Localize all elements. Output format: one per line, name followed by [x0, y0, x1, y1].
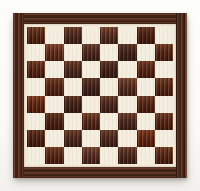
square-r8c2	[45, 147, 63, 164]
square-r2c6	[118, 44, 136, 61]
square-r3c4	[82, 61, 100, 78]
square-r8c6	[118, 147, 136, 164]
square-r6c1	[27, 113, 45, 130]
photo-background	[0, 0, 200, 191]
square-r7c2	[45, 130, 63, 147]
square-r5c5	[100, 96, 118, 113]
square-r7c3	[64, 130, 82, 147]
square-r8c4	[82, 147, 100, 164]
square-r5c1	[27, 96, 45, 113]
square-r2c2	[45, 44, 63, 61]
square-r2c5	[100, 44, 118, 61]
square-r8c5	[100, 147, 118, 164]
square-r3c1	[27, 61, 45, 78]
board-frame-left	[13, 13, 24, 178]
square-r1c6	[118, 27, 136, 44]
square-r6c5	[100, 113, 118, 130]
board-frame-bottom	[13, 167, 187, 178]
square-r7c5	[100, 130, 118, 147]
square-r5c8	[155, 96, 173, 113]
square-r5c3	[64, 96, 82, 113]
square-r6c8	[155, 113, 173, 130]
square-r4c3	[64, 78, 82, 95]
square-r3c7	[137, 61, 155, 78]
square-r3c5	[100, 61, 118, 78]
square-r1c2	[45, 27, 63, 44]
square-r1c4	[82, 27, 100, 44]
square-r4c1	[27, 78, 45, 95]
square-r8c1	[27, 147, 45, 164]
square-r7c8	[155, 130, 173, 147]
chess-board	[13, 13, 187, 178]
square-r3c2	[45, 61, 63, 78]
square-r8c3	[64, 147, 82, 164]
square-r2c7	[137, 44, 155, 61]
square-r3c3	[64, 61, 82, 78]
square-r1c8	[155, 27, 173, 44]
square-r8c7	[137, 147, 155, 164]
square-r4c4	[82, 78, 100, 95]
square-r2c8	[155, 44, 173, 61]
square-r1c1	[27, 27, 45, 44]
square-r2c1	[27, 44, 45, 61]
square-r7c6	[118, 130, 136, 147]
square-r7c7	[137, 130, 155, 147]
square-r2c3	[64, 44, 82, 61]
square-r5c4	[82, 96, 100, 113]
square-r3c6	[118, 61, 136, 78]
square-r8c8	[155, 147, 173, 164]
board-grid	[27, 27, 173, 164]
square-r6c6	[118, 113, 136, 130]
square-r7c4	[82, 130, 100, 147]
square-r4c6	[118, 78, 136, 95]
square-r7c1	[27, 130, 45, 147]
square-r5c7	[137, 96, 155, 113]
square-r1c7	[137, 27, 155, 44]
square-r5c2	[45, 96, 63, 113]
square-r4c8	[155, 78, 173, 95]
square-r6c4	[82, 113, 100, 130]
board-inner-margin	[24, 24, 176, 167]
square-r5c6	[118, 96, 136, 113]
square-r1c3	[64, 27, 82, 44]
square-r4c7	[137, 78, 155, 95]
board-frame-right	[176, 13, 187, 178]
square-r4c2	[45, 78, 63, 95]
square-r6c7	[137, 113, 155, 130]
board-frame-top	[13, 13, 187, 24]
square-r3c8	[155, 61, 173, 78]
square-r2c4	[82, 44, 100, 61]
square-r4c5	[100, 78, 118, 95]
square-r6c3	[64, 113, 82, 130]
square-r6c2	[45, 113, 63, 130]
square-r1c5	[100, 27, 118, 44]
